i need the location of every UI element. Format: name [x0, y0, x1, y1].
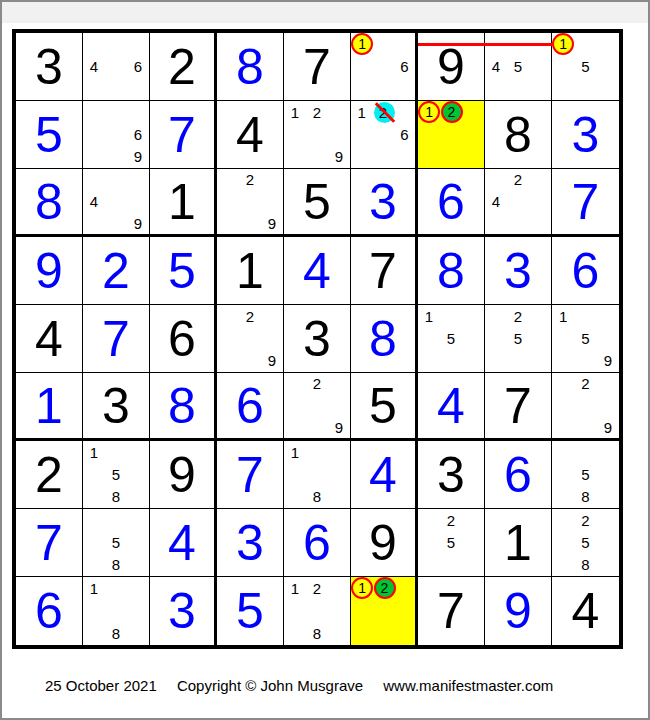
candidate-4: [83, 123, 105, 145]
candidate-8: [105, 146, 127, 168]
candidate-4: [217, 191, 239, 213]
solved-digit: 8: [418, 237, 484, 304]
candidate-8: 8: [105, 622, 127, 645]
cell-r6c4[interactable]: 6: [217, 373, 284, 441]
solved-digit: 7: [552, 169, 619, 234]
cell-r6c7[interactable]: 4: [418, 373, 485, 441]
candidate-3: [328, 577, 350, 600]
given-digit: 2: [16, 441, 82, 508]
candidate-8: [105, 212, 127, 234]
candidate-4: [351, 123, 372, 145]
candidate-3: [127, 33, 149, 55]
candidate-4: [552, 327, 574, 349]
cell-r9c3[interactable]: 3: [150, 577, 217, 645]
cell-r1c7[interactable]: 9: [418, 33, 485, 101]
candidate-9: 9: [597, 350, 619, 372]
cell-r4c9[interactable]: 6: [552, 237, 619, 305]
given-digit: 8: [485, 101, 551, 168]
given-digit: 1: [485, 509, 551, 576]
candidate-8: [306, 146, 328, 168]
candidates: 29: [284, 373, 350, 438]
candidate-6: [127, 191, 149, 213]
candidate-4: [83, 531, 105, 553]
cell-r5c3[interactable]: 6: [150, 305, 217, 373]
candidates: 58: [83, 509, 149, 576]
candidate-2: 2: [306, 101, 328, 123]
candidates: 25: [418, 509, 484, 576]
candidate-8: [239, 350, 261, 372]
cell-r8c4[interactable]: 3: [217, 509, 284, 577]
candidate-5: [306, 600, 328, 623]
candidates: 29: [552, 373, 619, 438]
candidate-8: 8: [105, 486, 127, 508]
cell-r4c4[interactable]: 1: [217, 237, 284, 305]
candidate-1: [83, 33, 105, 55]
candidate-1: [552, 373, 574, 395]
cell-r9c9[interactable]: 4: [552, 577, 619, 645]
candidate-4: [552, 395, 574, 417]
candidate-5: [239, 327, 261, 349]
given-digit: 7: [284, 33, 350, 100]
given-digit: 7: [485, 373, 551, 438]
cell-r8c9[interactable]: 258: [552, 509, 619, 577]
caption-date: 25 October 2021: [45, 677, 157, 694]
candidate-9: [462, 554, 484, 576]
solved-digit: 7: [83, 305, 149, 372]
candidate-8: 8: [105, 554, 127, 576]
candidate-1: [217, 169, 239, 191]
solved-digit: 7: [150, 101, 214, 168]
cell-r2c1[interactable]: 5: [16, 101, 83, 169]
candidate-7: [217, 350, 239, 372]
candidate-7: [485, 350, 507, 372]
cell-r8c1[interactable]: 7: [16, 509, 83, 577]
cell-r5c8[interactable]: 25: [485, 305, 552, 373]
candidate-4: [552, 463, 574, 485]
candidate-4: [217, 327, 239, 349]
cell-r9c6[interactable]: 12: [351, 577, 418, 645]
candidate-7: [83, 554, 105, 576]
cell-r4c6[interactable]: 7: [351, 237, 418, 305]
candidate-3: [127, 509, 149, 531]
candidate-3: [261, 169, 283, 191]
cell-r9c8[interactable]: 9: [485, 577, 552, 645]
cell-r1c3[interactable]: 2: [150, 33, 217, 101]
cell-r1c2[interactable]: 46: [83, 33, 150, 101]
candidates: 25: [485, 305, 551, 372]
cell-r6c9[interactable]: 29: [552, 373, 619, 441]
cell-r3c1[interactable]: 8: [16, 169, 83, 237]
candidates: 159: [552, 305, 619, 372]
given-digit: 3: [16, 33, 82, 100]
page: 3462876194551569741291261283849129536247…: [0, 0, 650, 720]
cell-r2c2[interactable]: 69: [83, 101, 150, 169]
cell-r4c2[interactable]: 2: [83, 237, 150, 305]
cell-r2c8[interactable]: 8: [485, 101, 552, 169]
candidates: 15: [418, 305, 484, 372]
solved-digit: 5: [150, 237, 214, 304]
candidates: 29: [217, 169, 283, 234]
cell-r2c6[interactable]: 126: [351, 101, 418, 169]
candidate-7: [418, 350, 440, 372]
candidate-1: 1: [552, 305, 574, 327]
candidate-4: [284, 600, 306, 623]
candidate-8: [372, 146, 393, 168]
candidate-3: [597, 33, 619, 55]
candidate-1: 1: [284, 441, 306, 463]
chip-2-green: 2: [441, 101, 463, 123]
solved-digit: 8: [16, 169, 82, 234]
candidate-2: [105, 33, 127, 55]
candidate-6: 6: [127, 55, 149, 77]
cell-r9c5[interactable]: 128: [284, 577, 351, 645]
candidate-8: [440, 350, 462, 372]
candidate-9: 9: [597, 416, 619, 438]
candidate-2: [306, 441, 328, 463]
solved-digit: 6: [552, 237, 619, 304]
candidate-2: [105, 509, 127, 531]
candidate-5: 5: [440, 327, 462, 349]
candidate-8: [239, 212, 261, 234]
candidate-8: [574, 78, 596, 100]
given-digit: 6: [150, 305, 214, 372]
candidate-2: 2: [574, 373, 596, 395]
solved-digit: 3: [150, 577, 214, 645]
solved-digit: 8: [351, 305, 415, 372]
candidate-6: [328, 123, 350, 145]
candidate-9: 9: [328, 416, 350, 438]
candidate-3: [261, 305, 283, 327]
candidate-6: [328, 395, 350, 417]
cell-r1c4[interactable]: 8: [217, 33, 284, 101]
candidate-1: [485, 33, 507, 55]
candidate-7: [83, 622, 105, 645]
candidate-6: [529, 191, 551, 213]
candidate-2: 2: [306, 577, 328, 600]
candidate-4: [351, 55, 372, 77]
candidate-7: [552, 416, 574, 438]
candidate-9: [127, 486, 149, 508]
candidate-6: [127, 600, 149, 623]
candidates: 158: [83, 441, 149, 508]
cell-r6c8[interactable]: 7: [485, 373, 552, 441]
candidate-2: [105, 577, 127, 600]
candidate-6: [462, 531, 484, 553]
solved-digit: 5: [16, 101, 82, 168]
given-digit: 2: [150, 33, 214, 100]
candidate-5: [105, 600, 127, 623]
candidate-9: [394, 146, 415, 168]
candidate-8: [105, 78, 127, 100]
given-digit: 3: [418, 441, 484, 508]
cell-r8c3[interactable]: 4: [150, 509, 217, 577]
candidate-4: [83, 463, 105, 485]
solved-digit: 7: [16, 509, 82, 576]
cell-r2c7[interactable]: 12: [418, 101, 485, 169]
candidates: 258: [552, 509, 619, 576]
candidate-2: [574, 305, 596, 327]
cell-r5c2[interactable]: 7: [83, 305, 150, 373]
candidate-5: 5: [574, 463, 596, 485]
cell-r8c5[interactable]: 6: [284, 509, 351, 577]
candidate-2: 2: [507, 169, 529, 191]
solved-digit: 6: [284, 509, 350, 576]
solved-digit: 6: [217, 373, 283, 438]
cell-r2c5[interactable]: 129: [284, 101, 351, 169]
cell-r8c2[interactable]: 58: [83, 509, 150, 577]
cell-r3c9[interactable]: 7: [552, 169, 619, 237]
given-digit: 4: [16, 305, 82, 372]
solved-digit: 2: [83, 237, 149, 304]
candidate-7: [83, 146, 105, 168]
cell-r8c8[interactable]: 1: [485, 509, 552, 577]
candidate-5: [105, 55, 127, 77]
candidate-9: [597, 554, 619, 576]
candidate-7: [284, 622, 306, 645]
candidate-3: [394, 33, 415, 55]
solved-digit: 3: [552, 101, 619, 168]
candidate-1: [485, 169, 507, 191]
candidate-3: [328, 441, 350, 463]
candidate-5: 5: [574, 55, 596, 77]
cell-r8c6[interactable]: 9: [351, 509, 418, 577]
cell-r7c3[interactable]: 9: [150, 441, 217, 509]
candidate-9: [462, 350, 484, 372]
candidate-6: [597, 531, 619, 553]
cell-r1c8[interactable]: 45: [485, 33, 552, 101]
solved-digit: 6: [16, 577, 82, 645]
candidate-3: [462, 305, 484, 327]
candidate-7: [351, 78, 372, 100]
cell-r4c8[interactable]: 3: [485, 237, 552, 305]
candidate-2: [574, 33, 596, 55]
cell-r6c2[interactable]: 3: [83, 373, 150, 441]
solved-digit: 9: [485, 577, 551, 645]
candidate-6: [127, 531, 149, 553]
cell-r9c1[interactable]: 6: [16, 577, 83, 645]
candidate-2: 2: [239, 305, 261, 327]
candidate-1: [83, 509, 105, 531]
cell-r5c6[interactable]: 8: [351, 305, 418, 373]
candidate-6: [261, 327, 283, 349]
cell-r4c1[interactable]: 9: [16, 237, 83, 305]
candidate-9: 9: [261, 350, 283, 372]
cell-r6c1[interactable]: 1: [16, 373, 83, 441]
cell-r5c5[interactable]: 3: [284, 305, 351, 373]
cell-r4c7[interactable]: 8: [418, 237, 485, 305]
solved-digit: 6: [418, 169, 484, 234]
candidate-8: [574, 350, 596, 372]
candidate-5: [306, 463, 328, 485]
candidate-3: [529, 33, 551, 55]
candidate-1: 1: [83, 441, 105, 463]
candidate-5: 5: [574, 327, 596, 349]
candidate-1: 1: [284, 577, 306, 600]
candidate-2: 2: [440, 509, 462, 531]
candidate-6: 6: [394, 123, 415, 145]
candidate-5: 5: [105, 463, 127, 485]
candidate-4: 4: [485, 55, 507, 77]
candidate-6: [127, 463, 149, 485]
given-digit: 3: [284, 305, 350, 372]
candidate-5: [372, 55, 393, 77]
cell-r3c5[interactable]: 5: [284, 169, 351, 237]
cell-r5c4[interactable]: 29: [217, 305, 284, 373]
header-band: [2, 2, 648, 23]
solved-digit: 7: [217, 441, 283, 508]
candidate-1: 1: [83, 577, 105, 600]
cell-r1c6[interactable]: 61: [351, 33, 418, 101]
cell-r3c4[interactable]: 29: [217, 169, 284, 237]
candidate-4: [284, 123, 306, 145]
chip-1-yellow: 1: [351, 577, 373, 599]
candidate-4: [83, 600, 105, 623]
candidate-8: [440, 554, 462, 576]
cell-r3c6[interactable]: 3: [351, 169, 418, 237]
candidate-1: [418, 509, 440, 531]
candidate-8: [372, 78, 393, 100]
cell-r7c4[interactable]: 7: [217, 441, 284, 509]
given-digit: 9: [351, 509, 415, 576]
candidate-9: 9: [261, 212, 283, 234]
candidate-5: [105, 123, 127, 145]
candidate-5: [372, 123, 393, 145]
candidate-2: 2: [507, 305, 529, 327]
solved-digit: 3: [485, 237, 551, 304]
cell-r1c1[interactable]: 3: [16, 33, 83, 101]
solved-digit: 4: [418, 373, 484, 438]
solved-digit: 1: [16, 373, 82, 438]
cell-r3c3[interactable]: 1: [150, 169, 217, 237]
given-digit: 1: [217, 237, 283, 304]
candidate-8: [507, 350, 529, 372]
cell-r7c1[interactable]: 2: [16, 441, 83, 509]
candidates: 69: [83, 101, 149, 168]
given-digit: 9: [150, 441, 214, 508]
chip-1-yellow: 1: [418, 101, 440, 123]
cell-r6c6[interactable]: 5: [351, 373, 418, 441]
candidate-3: [328, 101, 350, 123]
candidate-3: [597, 373, 619, 395]
candidate-5: [306, 123, 328, 145]
candidate-8: 8: [574, 554, 596, 576]
given-digit: 7: [418, 577, 484, 645]
candidate-4: [485, 327, 507, 349]
candidate-2: [105, 101, 127, 123]
solved-digit: 3: [217, 509, 283, 576]
cell-r8c7[interactable]: 25: [418, 509, 485, 577]
cell-r9c2[interactable]: 18: [83, 577, 150, 645]
candidate-8: [507, 78, 529, 100]
candidate-3: [127, 577, 149, 600]
solved-digit: 3: [351, 169, 415, 234]
candidate-3: [597, 441, 619, 463]
candidate-5: 5: [574, 531, 596, 553]
cell-r4c3[interactable]: 5: [150, 237, 217, 305]
cell-r2c3[interactable]: 7: [150, 101, 217, 169]
candidate-4: 4: [485, 191, 507, 213]
candidate-3: [127, 101, 149, 123]
cell-r1c5[interactable]: 7: [284, 33, 351, 101]
cell-r9c7[interactable]: 7: [418, 577, 485, 645]
candidate-4: [284, 395, 306, 417]
chip-2-green: 2: [374, 577, 396, 599]
candidate-8: 8: [574, 486, 596, 508]
given-digit: 5: [351, 373, 415, 438]
candidate-5: [507, 191, 529, 213]
candidate-2: 2: [306, 373, 328, 395]
candidates: 49: [83, 169, 149, 234]
candidate-2: [105, 169, 127, 191]
cell-r2c4[interactable]: 4: [217, 101, 284, 169]
candidate-5: 5: [105, 531, 127, 553]
cell-r5c1[interactable]: 4: [16, 305, 83, 373]
cell-r7c2[interactable]: 158: [83, 441, 150, 509]
cell-r3c2[interactable]: 49: [83, 169, 150, 237]
candidate-1: [83, 169, 105, 191]
candidates: 129: [284, 101, 350, 168]
cell-r5c9[interactable]: 159: [552, 305, 619, 373]
cell-r7c6[interactable]: 4: [351, 441, 418, 509]
cell-r1c9[interactable]: 51: [552, 33, 619, 101]
candidate-7: [552, 554, 574, 576]
candidate-6: [529, 55, 551, 77]
candidate-7: [284, 146, 306, 168]
candidate-1: [217, 305, 239, 327]
candidate-6: 6: [127, 123, 149, 145]
cell-r2c9[interactable]: 3: [552, 101, 619, 169]
candidate-2: [440, 305, 462, 327]
candidate-6: [462, 327, 484, 349]
candidate-3: [127, 441, 149, 463]
given-digit: 5: [284, 169, 350, 234]
cell-r6c5[interactable]: 29: [284, 373, 351, 441]
candidate-3: [597, 509, 619, 531]
cell-r3c7[interactable]: 6: [418, 169, 485, 237]
cell-r4c5[interactable]: 4: [284, 237, 351, 305]
candidate-8: 8: [306, 622, 328, 645]
cell-r5c7[interactable]: 15: [418, 305, 485, 373]
cell-r7c7[interactable]: 3: [418, 441, 485, 509]
caption-website: www.manifestmaster.com: [383, 677, 553, 694]
candidate-6: [597, 463, 619, 485]
candidate-5: 5: [507, 327, 529, 349]
candidate-9: 9: [127, 212, 149, 234]
candidate-9: [328, 622, 350, 645]
candidate-4: 4: [83, 55, 105, 77]
solved-digit: 4: [284, 237, 350, 304]
candidate-5: [306, 395, 328, 417]
cell-r7c8[interactable]: 6: [485, 441, 552, 509]
caption: 25 October 2021 Copyright © John Musgrav…: [45, 677, 553, 694]
cell-r3c8[interactable]: 24: [485, 169, 552, 237]
candidate-4: 4: [83, 191, 105, 213]
candidate-6: [597, 55, 619, 77]
candidate-6: [597, 327, 619, 349]
cell-r9c4[interactable]: 5: [217, 577, 284, 645]
candidate-3: [529, 305, 551, 327]
candidate-7: [284, 416, 306, 438]
candidate-1: 1: [418, 305, 440, 327]
candidates: 18: [284, 441, 350, 508]
solved-digit: 9: [16, 237, 82, 304]
candidate-1: [83, 101, 105, 123]
cell-r7c5[interactable]: 18: [284, 441, 351, 509]
cell-r7c9[interactable]: 58: [552, 441, 619, 509]
candidate-7: [83, 486, 105, 508]
cell-r6c3[interactable]: 8: [150, 373, 217, 441]
solved-digit: 8: [150, 373, 214, 438]
